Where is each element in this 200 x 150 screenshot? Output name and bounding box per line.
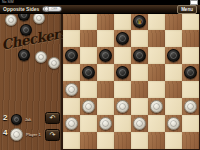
opposite-sides-label: Opposite Sides: [3, 6, 39, 12]
black-man[interactable]: [82, 66, 95, 79]
square-r4c3[interactable]: [97, 64, 114, 81]
square-r3c7[interactable]: [165, 47, 182, 64]
square-r8c7[interactable]: [165, 132, 182, 149]
square-r1c3[interactable]: [97, 13, 114, 30]
square-r1c1[interactable]: [63, 13, 80, 30]
black-man[interactable]: [184, 66, 197, 79]
toolbar: Opposite Sides OFF Menu: [0, 5, 200, 14]
redo-button[interactable]: ↷: [45, 129, 60, 141]
square-r1c2[interactable]: [80, 13, 97, 30]
white-player-score: 4: [3, 128, 7, 137]
white-man[interactable]: [65, 83, 78, 96]
dark-player-score: 2: [3, 113, 7, 122]
square-r5c6[interactable]: [148, 81, 165, 98]
white-man[interactable]: [65, 117, 78, 130]
square-r2c6[interactable]: [148, 30, 165, 47]
undo-button[interactable]: ↶: [45, 112, 60, 124]
square-r7c5[interactable]: [131, 115, 148, 132]
black-man[interactable]: [99, 49, 112, 62]
square-r5c7[interactable]: [165, 81, 182, 98]
square-r7c8[interactable]: [182, 115, 199, 132]
black-man[interactable]: [65, 49, 78, 62]
square-r6c1[interactable]: [63, 98, 80, 115]
square-r4c2[interactable]: [80, 64, 97, 81]
white-man[interactable]: [150, 100, 163, 113]
square-r2c5[interactable]: [131, 30, 148, 47]
square-r8c3[interactable]: [97, 132, 114, 149]
square-r4c5[interactable]: [131, 64, 148, 81]
square-r4c6[interactable]: [148, 64, 165, 81]
toggle-knob-icon: [44, 6, 50, 12]
square-r6c6[interactable]: [148, 98, 165, 115]
square-r3c5[interactable]: [131, 47, 148, 64]
square-r8c8[interactable]: [182, 132, 199, 149]
square-r4c7[interactable]: [165, 64, 182, 81]
square-r8c5[interactable]: [131, 132, 148, 149]
app-screen: No SIM Opposite Sides OFF Menu Checkers …: [0, 0, 200, 150]
square-r5c5[interactable]: [131, 81, 148, 98]
square-r8c2[interactable]: [80, 132, 97, 149]
square-r7c4[interactable]: [114, 115, 131, 132]
square-r6c3[interactable]: [97, 98, 114, 115]
board: ♛: [63, 13, 199, 149]
square-r4c1[interactable]: [63, 64, 80, 81]
dark-player-name: Jak: [25, 117, 31, 122]
crown-icon: ♛: [134, 16, 145, 27]
toggle-state-label: OFF: [51, 7, 57, 11]
square-r3c4[interactable]: [114, 47, 131, 64]
decorative-checker-white-3: [35, 51, 47, 63]
square-r7c7[interactable]: [165, 115, 182, 132]
square-r8c1[interactable]: [63, 132, 80, 149]
dark-player-piece-icon: [11, 114, 22, 125]
white-man[interactable]: [133, 117, 146, 130]
square-r1c7[interactable]: [165, 13, 182, 30]
square-r6c8[interactable]: [182, 98, 199, 115]
square-r5c4[interactable]: [114, 81, 131, 98]
square-r6c7[interactable]: [165, 98, 182, 115]
square-r6c4[interactable]: [114, 98, 131, 115]
square-r7c6[interactable]: [148, 115, 165, 132]
square-r8c4[interactable]: [114, 132, 131, 149]
decorative-checker-white-1: [5, 14, 17, 26]
square-r2c2[interactable]: [80, 30, 97, 47]
square-r2c7[interactable]: [165, 30, 182, 47]
white-man[interactable]: [116, 100, 129, 113]
square-r5c3[interactable]: [97, 81, 114, 98]
square-r7c1[interactable]: [63, 115, 80, 132]
black-man[interactable]: [116, 32, 129, 45]
square-r8c6[interactable]: [148, 132, 165, 149]
square-r7c2[interactable]: [80, 115, 97, 132]
decorative-checker-white-4: [48, 57, 60, 69]
square-r3c2[interactable]: [80, 47, 97, 64]
square-r5c8[interactable]: [182, 81, 199, 98]
square-r4c4[interactable]: [114, 64, 131, 81]
square-r7c3[interactable]: [97, 115, 114, 132]
square-r3c6[interactable]: [148, 47, 165, 64]
square-r2c1[interactable]: [63, 30, 80, 47]
square-r5c1[interactable]: [63, 81, 80, 98]
square-r3c3[interactable]: [97, 47, 114, 64]
black-man[interactable]: [133, 49, 146, 62]
square-r1c8[interactable]: [182, 13, 199, 30]
white-player-name: Player 1: [26, 132, 41, 137]
black-king[interactable]: ♛: [133, 15, 146, 28]
white-man[interactable]: [184, 100, 197, 113]
white-man[interactable]: [82, 100, 95, 113]
square-r6c2[interactable]: [80, 98, 97, 115]
square-r5c2[interactable]: [80, 81, 97, 98]
square-r4c8[interactable]: [182, 64, 199, 81]
white-man[interactable]: [99, 117, 112, 130]
square-r1c5[interactable]: ♛: [131, 13, 148, 30]
decorative-checker-dark-3: [18, 49, 30, 61]
white-player-piece-icon: [10, 128, 23, 141]
square-r2c3[interactable]: [97, 30, 114, 47]
white-man[interactable]: [167, 117, 180, 130]
square-r2c8[interactable]: [182, 30, 199, 47]
black-man[interactable]: [116, 66, 129, 79]
black-man[interactable]: [167, 49, 180, 62]
square-r1c6[interactable]: [148, 13, 165, 30]
square-r3c8[interactable]: [182, 47, 199, 64]
square-r1c4[interactable]: [114, 13, 131, 30]
menu-button[interactable]: Menu: [177, 5, 197, 14]
square-r2c4[interactable]: [114, 30, 131, 47]
opposite-sides-toggle[interactable]: OFF: [42, 6, 62, 13]
square-r6c5[interactable]: [131, 98, 148, 115]
square-r3c1[interactable]: [63, 47, 80, 64]
